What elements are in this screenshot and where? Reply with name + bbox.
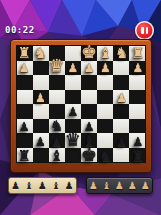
game-timer: 00:22 <box>5 25 39 35</box>
board-square[interactable] <box>81 90 97 105</box>
captured-piece-icon-bishop: ♝ <box>51 181 60 191</box>
board-square[interactable] <box>65 75 81 90</box>
captured-piece-icon-pawn: ♟ <box>65 181 74 191</box>
piece-wP[interactable]: ♟ <box>114 82 130 104</box>
board-square[interactable] <box>17 90 33 105</box>
board-square[interactable] <box>129 104 145 119</box>
board-square[interactable] <box>97 90 113 105</box>
captured-piece-icon-pawn: ♟ <box>11 181 20 191</box>
board-square[interactable] <box>49 75 65 90</box>
piece-wP[interactable]: ♟ <box>32 82 48 104</box>
captured-piece-icon-bishop: ♝ <box>25 181 34 191</box>
board-square[interactable] <box>129 90 145 105</box>
piece-bB[interactable]: ♝ <box>49 141 65 163</box>
board-square[interactable] <box>49 90 65 105</box>
captured-piece-icon-pawn: ♟ <box>141 181 150 191</box>
piece-bR[interactable]: ♜ <box>16 141 32 163</box>
piece-wP[interactable]: ♟ <box>16 53 32 75</box>
captured-piece-icon-pawn: ♟ <box>128 181 137 191</box>
board-square[interactable] <box>33 148 49 163</box>
piece-wQ[interactable]: ♛ <box>49 53 65 75</box>
piece-bN[interactable]: ♞ <box>97 141 113 163</box>
board-square[interactable] <box>33 104 49 119</box>
board-square[interactable] <box>97 75 113 90</box>
board-square[interactable] <box>113 61 129 76</box>
captured-piece-icon-bishop: ♝ <box>102 181 111 191</box>
pause-icon <box>141 27 144 34</box>
captured-tray-black-pieces: ♟♝♟♝♟ <box>8 177 77 194</box>
piece-wN[interactable]: ♞ <box>114 38 130 60</box>
piece-wP[interactable]: ♟ <box>97 53 113 75</box>
board-square[interactable] <box>129 75 145 90</box>
piece-wP[interactable]: ♟ <box>65 53 81 75</box>
captured-piece-icon-pawn: ♟ <box>89 181 98 191</box>
board-square[interactable] <box>113 148 129 163</box>
board-square[interactable] <box>17 75 33 90</box>
captured-tray-white-pieces: ♟♝♟♟♟ <box>86 177 153 194</box>
piece-wN[interactable]: ♞ <box>32 38 48 60</box>
pause-icon <box>146 27 149 34</box>
piece-bR[interactable]: ♜ <box>130 141 146 163</box>
piece-bP[interactable]: ♟ <box>65 97 81 119</box>
board-square[interactable] <box>33 61 49 76</box>
piece-bP[interactable]: ♟ <box>16 112 32 134</box>
board-square[interactable] <box>97 119 113 134</box>
captured-piece-icon-pawn: ♟ <box>115 181 124 191</box>
piece-bP[interactable]: ♟ <box>114 126 130 148</box>
captured-piece-icon-pawn: ♟ <box>38 181 47 191</box>
piece-wP[interactable]: ♟ <box>81 53 97 75</box>
piece-wP[interactable]: ♟ <box>130 53 146 75</box>
piece-bQ[interactable]: ♛ <box>65 126 81 148</box>
board-square[interactable] <box>81 75 97 90</box>
board-square[interactable] <box>97 104 113 119</box>
board-square[interactable] <box>113 104 129 119</box>
piece-bK[interactable]: ♚ <box>81 141 97 163</box>
piece-bP[interactable]: ♟ <box>32 126 48 148</box>
